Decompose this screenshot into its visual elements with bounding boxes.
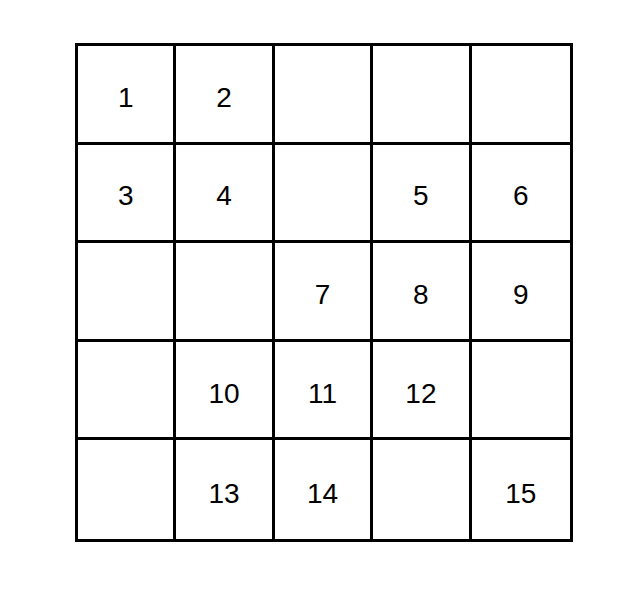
- page-canvas: 1 2 3 4 5 6 7 8 9 10 11 12 13 14 15: [0, 0, 643, 601]
- grid-cell-r2c3[interactable]: [275, 145, 373, 244]
- grid-cell-r1c5[interactable]: [472, 46, 570, 145]
- grid-cell-r4c4[interactable]: 12: [373, 342, 471, 441]
- grid-cell-r3c3[interactable]: 7: [275, 243, 373, 342]
- grid-cell-r2c2[interactable]: 4: [176, 145, 274, 244]
- grid-cell-r4c3[interactable]: 11: [275, 342, 373, 441]
- grid-cell-r3c2[interactable]: [176, 243, 274, 342]
- grid-cell-r5c1[interactable]: [78, 440, 176, 539]
- grid-cell-r5c4[interactable]: [373, 440, 471, 539]
- grid-cell-r4c1[interactable]: [78, 342, 176, 441]
- grid-cell-r4c2[interactable]: 10: [176, 342, 274, 441]
- puzzle-grid: 1 2 3 4 5 6 7 8 9 10 11 12 13 14 15: [75, 43, 573, 542]
- grid-cell-r1c1[interactable]: 1: [78, 46, 176, 145]
- grid-cell-r3c1[interactable]: [78, 243, 176, 342]
- grid-cell-r1c4[interactable]: [373, 46, 471, 145]
- grid-cell-r5c5[interactable]: 15: [472, 440, 570, 539]
- grid-cell-r3c5[interactable]: 9: [472, 243, 570, 342]
- grid-cell-r2c4[interactable]: 5: [373, 145, 471, 244]
- grid-cell-r1c2[interactable]: 2: [176, 46, 274, 145]
- grid-cell-r1c3[interactable]: [275, 46, 373, 145]
- grid-cell-r2c5[interactable]: 6: [472, 145, 570, 244]
- grid-cell-r4c5[interactable]: [472, 342, 570, 441]
- grid-cell-r5c3[interactable]: 14: [275, 440, 373, 539]
- grid-cell-r2c1[interactable]: 3: [78, 145, 176, 244]
- grid-cell-r3c4[interactable]: 8: [373, 243, 471, 342]
- grid-cell-r5c2[interactable]: 13: [176, 440, 274, 539]
